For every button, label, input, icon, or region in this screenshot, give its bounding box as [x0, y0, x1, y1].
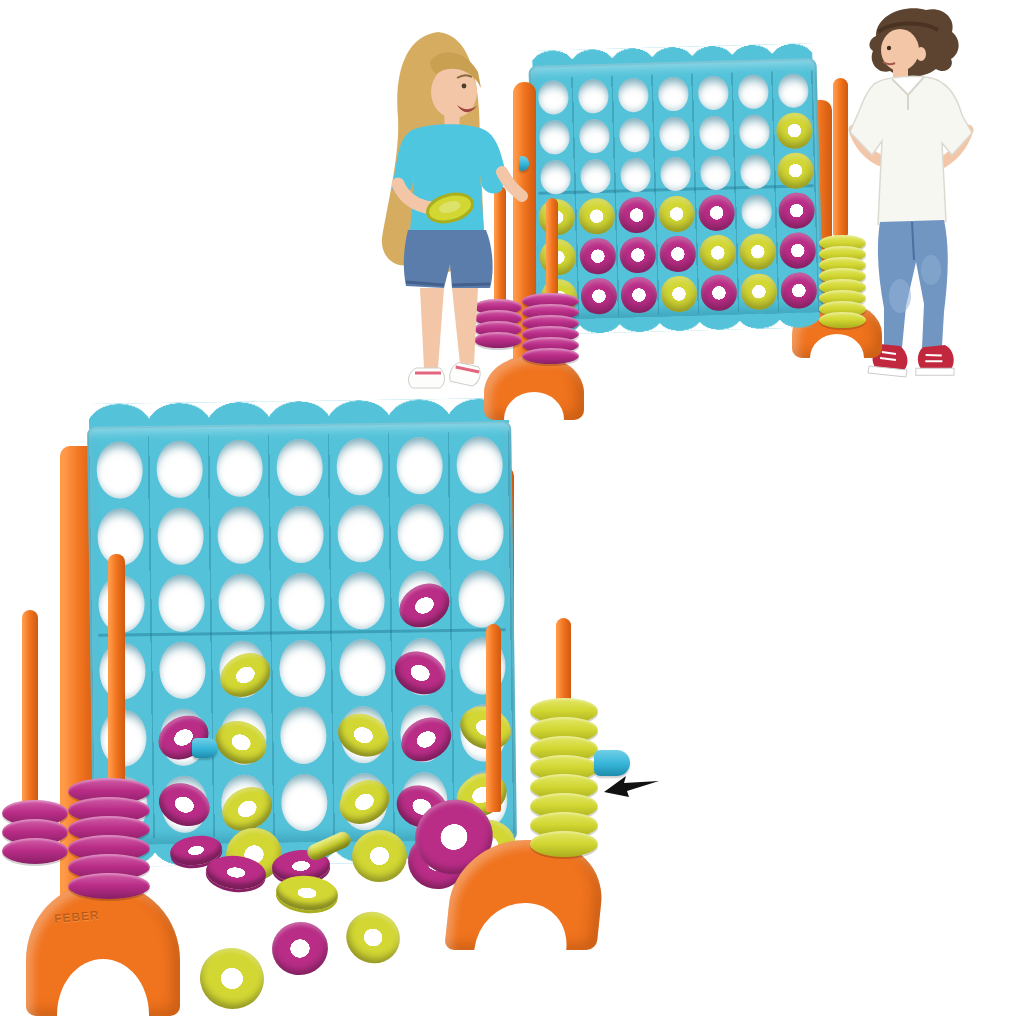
- magenta-disc: [580, 238, 616, 274]
- left-release-clip: [192, 738, 218, 758]
- lower-board: [87, 421, 517, 847]
- floor-disc-yellow: [194, 942, 269, 1015]
- cell-r5c5: [697, 232, 738, 273]
- lower-board-grid: [89, 431, 515, 839]
- girl-right-shoe: [449, 361, 482, 387]
- hole: [458, 571, 504, 628]
- yellow-disc: [661, 276, 697, 312]
- boy-ear: [916, 47, 926, 61]
- release-arrow-icon: [602, 768, 662, 800]
- hole: [281, 774, 327, 831]
- hole: [660, 157, 691, 191]
- magenta-disc: [153, 776, 216, 833]
- cell-r3c2: [151, 569, 212, 637]
- hole: [618, 78, 649, 112]
- hole: [397, 504, 443, 561]
- cell-r1c4: [653, 73, 694, 114]
- cell-r5c7: [777, 230, 818, 271]
- cell-r2c7: [774, 110, 815, 151]
- lower-left-magenta-tray-stack-b: [68, 778, 150, 899]
- hole: [659, 117, 690, 151]
- hole: [277, 506, 323, 563]
- yellow-disc: [741, 274, 777, 310]
- hole: [540, 160, 571, 194]
- hole: [338, 572, 384, 629]
- cell-r4c4: [656, 193, 697, 234]
- hole: [157, 508, 203, 565]
- cell-r5c5: [333, 701, 394, 769]
- cell-r5c7: [453, 699, 514, 767]
- yellow-disc: [777, 153, 813, 189]
- yellow-disc: [700, 235, 736, 271]
- cell-r2c4: [270, 501, 331, 569]
- magenta-disc: [581, 278, 617, 314]
- upper-left-tray-pole-b: [546, 198, 558, 298]
- cell-r2c7: [450, 498, 511, 566]
- cell-r1c7: [773, 70, 814, 111]
- cell-r4c7: [452, 632, 513, 700]
- hole: [658, 77, 689, 111]
- cell-r5c2: [577, 236, 618, 277]
- hole: [580, 159, 611, 193]
- cell-r4c6: [736, 191, 777, 232]
- cell-r4c7: [776, 190, 817, 231]
- cell-r6c5: [698, 272, 739, 313]
- hole: [339, 639, 385, 696]
- cell-r4c4: [272, 635, 333, 703]
- cell-r5c4: [273, 702, 334, 770]
- cell-r3c3: [615, 155, 656, 196]
- cell-r5c6: [393, 700, 454, 768]
- hole: [216, 440, 262, 497]
- hole: [159, 642, 205, 699]
- yellow-disc: [659, 196, 695, 232]
- girl-denim-shorts: [404, 230, 493, 288]
- hole: [337, 505, 383, 562]
- cell-r3c7: [451, 565, 512, 633]
- yellow-disc: [740, 234, 776, 270]
- yellow-disc: [332, 706, 395, 763]
- lower-left-tray-pole-a: [22, 610, 38, 810]
- magenta-disc: [621, 277, 657, 313]
- cell-r5c6: [737, 231, 778, 272]
- lower-left-magenta-tray-stack-a: [2, 800, 68, 864]
- yellow-tray-disc: [530, 831, 598, 857]
- hole: [279, 640, 325, 697]
- cell-r2c5: [330, 500, 391, 568]
- magenta-disc: [779, 193, 815, 229]
- cell-r2c3: [210, 501, 271, 569]
- cell-r1c3: [209, 434, 270, 502]
- cell-r6c2: [154, 770, 215, 838]
- cell-r4c5: [696, 192, 737, 233]
- hole: [698, 76, 729, 110]
- hole: [739, 115, 770, 149]
- hole: [620, 158, 651, 192]
- hole: [741, 195, 772, 229]
- hole: [217, 507, 263, 564]
- floor-disc-magenta: [268, 918, 332, 980]
- yellow-tray-disc: [819, 312, 866, 328]
- upper-board: [528, 58, 823, 322]
- magenta-tray-disc: [68, 873, 150, 899]
- yellow-disc: [776, 113, 812, 149]
- yellow-disc: [579, 198, 615, 234]
- girl-right-arm: [502, 172, 522, 196]
- upper-right-tray-pole: [833, 78, 848, 236]
- cell-r3c6: [735, 151, 776, 192]
- cell-r1c5: [693, 72, 734, 113]
- cell-r1c4: [269, 434, 330, 502]
- cell-r1c2: [149, 435, 210, 503]
- cell-r4c2: [576, 196, 617, 237]
- cell-r4c5: [332, 634, 393, 702]
- cell-r3c2: [575, 156, 616, 197]
- magenta-disc: [660, 236, 696, 272]
- cell-r5c4: [657, 233, 698, 274]
- cell-r4c6: [392, 633, 453, 701]
- hole: [538, 80, 569, 114]
- girl-right-leg: [452, 288, 478, 364]
- floor-disc-yellow: [275, 873, 340, 912]
- cell-r1c1: [533, 77, 574, 118]
- girl-eye: [462, 84, 467, 89]
- cell-r1c5: [329, 433, 390, 501]
- cell-r3c4: [655, 153, 696, 194]
- cell-r2c6: [390, 499, 451, 567]
- cell-r1c3: [613, 75, 654, 116]
- upper-left-magenta-tray-stack-b: [522, 293, 579, 364]
- cell-r2c5: [694, 112, 735, 153]
- hole: [578, 79, 609, 113]
- cell-r4c2: [152, 636, 213, 704]
- cell-r4c3: [212, 635, 273, 703]
- magenta-tray-disc: [2, 838, 68, 864]
- cell-r2c2: [150, 502, 211, 570]
- cell-r5c3: [617, 235, 658, 276]
- boy-jeans-knee-fade: [889, 279, 911, 313]
- lower-right-yellow-tray-stack: [530, 698, 598, 857]
- cell-r6c4: [274, 769, 335, 837]
- cell-r6c4: [658, 273, 699, 314]
- boy-eye: [887, 46, 891, 50]
- boy-jeans-thigh-fade: [921, 255, 941, 285]
- boy-right-sneaker: [913, 344, 956, 379]
- feber-logo-emboss: FEBER: [53, 908, 100, 926]
- cell-r1c6: [733, 71, 774, 112]
- cell-r3c6: [391, 566, 452, 634]
- hole: [97, 442, 143, 499]
- cell-r2c6: [734, 111, 775, 152]
- lower-left-tray-pole-b: [108, 554, 125, 794]
- cell-r5c3: [213, 702, 274, 770]
- magenta-disc: [701, 275, 737, 311]
- magenta-disc: [780, 233, 816, 269]
- magenta-disc: [699, 195, 735, 231]
- hole: [740, 155, 771, 189]
- hole: [278, 573, 324, 630]
- cell-r6c2: [578, 276, 619, 317]
- hole: [579, 119, 610, 153]
- hole: [396, 437, 442, 494]
- hole: [699, 116, 730, 150]
- hole: [280, 707, 326, 764]
- cell-r1c2: [573, 76, 614, 117]
- floor-disc-yellow: [338, 904, 407, 972]
- cell-r1c1: [89, 436, 150, 504]
- magenta-disc: [781, 273, 817, 309]
- magenta-tray-disc: [522, 348, 579, 364]
- cell-r2c1: [534, 117, 575, 158]
- magenta-disc: [619, 197, 655, 233]
- product-photo-scene: FEBER: [0, 0, 1010, 1024]
- cell-r1c7: [449, 431, 510, 499]
- upper-board-grid: [533, 70, 820, 318]
- cell-r4c3: [616, 195, 657, 236]
- hole: [539, 120, 570, 154]
- cell-r6c7: [778, 270, 819, 311]
- cell-r6c5: [334, 768, 395, 836]
- cell-r3c3: [211, 568, 272, 636]
- cell-r3c4: [271, 568, 332, 636]
- cell-r3c5: [331, 567, 392, 635]
- hole: [738, 75, 769, 109]
- cell-r3c1: [535, 157, 576, 198]
- hole: [336, 438, 382, 495]
- hole: [457, 504, 503, 561]
- cell-r2c3: [614, 115, 655, 156]
- girl-left-shoe: [409, 368, 445, 388]
- hole: [778, 73, 809, 107]
- hole: [456, 437, 502, 494]
- cell-r6c3: [214, 769, 275, 837]
- girl-left-leg: [420, 288, 444, 368]
- cell-r1c6: [389, 432, 450, 500]
- girl-player: [354, 26, 529, 426]
- cell-r6c6: [738, 271, 779, 312]
- hole: [700, 156, 731, 190]
- hole: [158, 575, 204, 632]
- cell-r2c2: [574, 116, 615, 157]
- hole: [276, 439, 322, 496]
- yellow-disc: [332, 772, 397, 832]
- hole: [218, 574, 264, 631]
- upper-right-yellow-tray-stack: [819, 235, 866, 328]
- lower-right-support-pole: [486, 624, 501, 812]
- cell-r3c7: [775, 150, 816, 191]
- cell-r6c3: [618, 275, 659, 316]
- hole: [156, 441, 202, 498]
- hole: [619, 118, 650, 152]
- cell-r3c5: [695, 152, 736, 193]
- lower-left-base-foot: FEBER: [26, 884, 180, 1016]
- magenta-disc: [620, 237, 656, 273]
- cell-r2c4: [654, 113, 695, 154]
